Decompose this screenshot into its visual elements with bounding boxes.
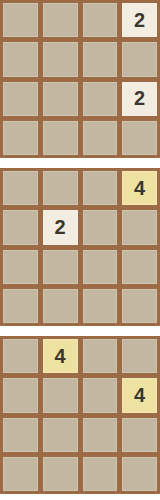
tile-2: 2 <box>122 82 157 116</box>
empty-cell <box>83 82 118 116</box>
empty-cell <box>122 339 157 373</box>
empty-cell <box>83 457 118 491</box>
empty-cell <box>43 171 78 205</box>
empty-cell <box>122 42 157 76</box>
empty-cell <box>3 289 38 323</box>
empty-cell <box>43 82 78 116</box>
empty-cell <box>83 339 118 373</box>
empty-cell <box>43 250 78 284</box>
empty-cell <box>43 289 78 323</box>
empty-cell <box>122 457 157 491</box>
tile-2: 2 <box>43 210 78 244</box>
board-2[interactable]: 42 <box>0 168 160 326</box>
empty-cell <box>43 42 78 76</box>
board-3[interactable]: 44 <box>0 336 160 494</box>
empty-cell <box>122 418 157 452</box>
tile-4: 4 <box>43 339 78 373</box>
empty-cell <box>83 289 118 323</box>
tile-4: 4 <box>122 378 157 412</box>
empty-cell <box>3 3 38 37</box>
page: 22 42 44 <box>0 0 160 500</box>
board-1[interactable]: 22 <box>0 0 160 158</box>
empty-cell <box>43 418 78 452</box>
empty-cell <box>43 121 78 155</box>
empty-cell <box>83 42 118 76</box>
empty-cell <box>3 210 38 244</box>
empty-cell <box>83 418 118 452</box>
empty-cell <box>122 210 157 244</box>
empty-cell <box>43 457 78 491</box>
empty-cell <box>3 418 38 452</box>
empty-cell <box>83 121 118 155</box>
empty-cell <box>3 250 38 284</box>
empty-cell <box>83 378 118 412</box>
empty-cell <box>83 250 118 284</box>
tile-2: 2 <box>122 3 157 37</box>
empty-cell <box>83 171 118 205</box>
empty-cell <box>3 378 38 412</box>
empty-cell <box>3 457 38 491</box>
empty-cell <box>43 3 78 37</box>
empty-cell <box>3 339 38 373</box>
empty-cell <box>122 121 157 155</box>
empty-cell <box>3 82 38 116</box>
empty-cell <box>3 121 38 155</box>
empty-cell <box>83 3 118 37</box>
empty-cell <box>122 250 157 284</box>
empty-cell <box>83 210 118 244</box>
empty-cell <box>122 289 157 323</box>
empty-cell <box>43 378 78 412</box>
empty-cell <box>3 42 38 76</box>
tile-4: 4 <box>122 171 157 205</box>
empty-cell <box>3 171 38 205</box>
